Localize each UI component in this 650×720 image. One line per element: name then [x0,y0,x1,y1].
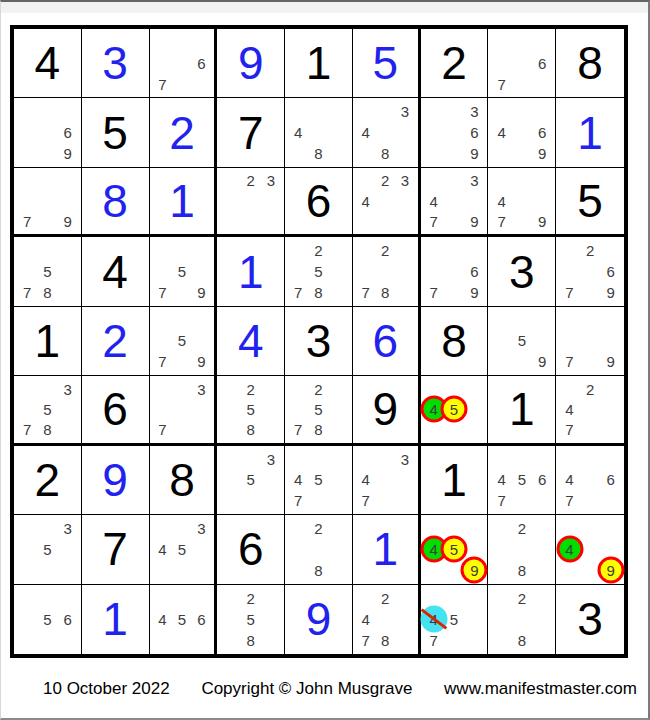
cell-r8c8[interactable]: 28 [488,515,556,584]
solved-digit-black: 5 [577,178,603,224]
candidate-slot-empty [172,630,192,651]
candidate-4: 4 [356,609,376,630]
candidate-slot-empty [512,449,532,470]
candidate-slot-empty [172,399,192,419]
cell-r7c1[interactable]: 2 [14,446,82,515]
candidate-slot-empty [491,101,511,122]
cell-r6c5[interactable]: 2578 [285,376,353,445]
candidate-grid: 258 [220,379,281,439]
cell-r3c7[interactable]: 3479 [421,168,489,237]
candidate-7: 7 [288,282,308,303]
solved-digit-black: 9 [372,386,398,432]
candidate-2: 2 [308,240,328,261]
cell-r5c2[interactable]: 2 [82,307,150,376]
candidate-slot-empty [17,101,37,122]
candidate-slot-empty [261,211,281,231]
cell-r4c3[interactable]: 579 [150,237,218,306]
cell-r5c3[interactable]: 579 [150,307,218,376]
candidate-slot-empty [491,143,511,164]
cell-r4c1[interactable]: 578 [14,237,82,306]
candidate-9: 9 [464,143,484,164]
candidate-9: 9 [58,211,78,231]
candidate-slot-empty [58,282,78,303]
cell-r9c5[interactable]: 9 [285,585,353,654]
cell-r9c7[interactable]: 457 [421,585,489,654]
candidate-grid: 457 [424,588,485,651]
cell-r4c2[interactable]: 4 [82,237,150,306]
candidate-slot-empty [356,449,376,470]
cell-r2c9[interactable]: 1 [556,98,624,167]
cell-r3c5[interactable]: 6 [285,168,353,237]
candidate-slot-empty [444,240,464,261]
cell-r2c6[interactable]: 348 [353,98,421,167]
candidate-6: 6 [464,122,484,143]
solved-digit-blue: 8 [102,178,128,224]
candidate-slot-empty [395,122,415,143]
cell-r9c8[interactable]: 28 [488,585,556,654]
candidate-slot-empty [580,420,601,440]
candidate-slot-empty [192,399,212,419]
candidate-slot-empty [58,191,78,211]
candidate-9: 9 [532,351,552,372]
candidate-4: 4 [491,122,511,143]
candidate-slot-empty [444,261,464,282]
candidate-grid: 679 [424,240,485,302]
candidate-slot-empty [559,240,580,261]
candidate-slot-empty [375,609,395,630]
candidate-4-mark-cyan-x: 4 [424,609,444,630]
candidate-7: 7 [491,490,511,511]
candidate-5-mark-yellow: 5 [444,539,464,560]
cell-r7c3[interactable]: 8 [150,446,218,515]
cell-r3c6[interactable]: 234 [353,168,421,237]
cell-r6c7[interactable]: 45 [421,376,489,445]
cell-r7c4[interactable]: 35 [217,446,285,515]
solved-digit-blue: 3 [102,40,128,86]
candidate-grid: 79 [559,310,621,372]
candidate-slot-empty [491,351,511,372]
candidate-slot-empty [375,211,395,231]
cell-r5c5[interactable]: 3 [285,307,353,376]
candidate-slot-empty [192,32,212,53]
candidate-slot-empty [512,143,532,164]
candidate-4: 4 [424,191,444,211]
candidate-7: 7 [559,490,580,511]
candidate-7: 7 [288,490,308,511]
candidate-slot-empty [220,588,240,609]
candidate-slot-empty [559,261,580,282]
candidate-grid: 234 [356,171,415,231]
cell-r5c7[interactable]: 8 [421,307,489,376]
cell-r5c1[interactable]: 1 [14,307,82,376]
candidate-grid: 456 [153,588,212,651]
candidate-7: 7 [356,490,376,511]
candidate-slot-empty [172,282,192,303]
cell-r2c7[interactable]: 369 [421,98,489,167]
candidate-4: 4 [491,191,511,211]
candidate-6: 6 [600,261,621,282]
candidate-slot-empty [600,420,621,440]
candidate-slot-empty [241,191,261,211]
candidate-slot-empty [58,261,78,282]
candidate-5: 5 [308,469,328,490]
cell-r7c5[interactable]: 457 [285,446,353,515]
candidate-8: 8 [512,560,532,581]
footer-date: 10 October 2022 [43,679,170,698]
cell-r9c9[interactable]: 3 [556,585,624,654]
cell-r1c7[interactable]: 2 [421,29,489,98]
solved-digit-blue: 2 [169,110,195,156]
cell-r1c1[interactable]: 4 [14,29,82,98]
cell-r8c7[interactable]: 459 [421,515,489,584]
candidate-slot-empty [261,379,281,399]
candidate-slot-empty [532,171,552,191]
candidate-slot-empty [491,539,511,560]
solved-digit-black: 2 [441,40,467,86]
cell-r7c9[interactable]: 467 [556,446,624,515]
candidate-slot-empty [375,469,395,490]
cell-r5c9[interactable]: 79 [556,307,624,376]
candidate-slot-empty [464,379,484,399]
cell-r4c4[interactable]: 1 [217,237,285,306]
solved-digit-black: 1 [35,318,61,364]
candidate-slot-empty [288,101,308,122]
candidate-grid: 278 [356,240,415,302]
cell-r1c2[interactable]: 3 [82,29,150,98]
candidate-6: 6 [600,469,621,490]
candidate-grid: 67 [153,32,212,94]
candidate-9-mark-yellow: 9 [464,560,484,581]
candidate-3: 3 [192,518,212,539]
candidate-slot-empty [261,399,281,419]
candidate-slot-empty [17,630,37,651]
candidate-slot-empty [600,379,621,399]
cell-r3c9[interactable]: 5 [556,168,624,237]
candidate-slot-empty [329,399,349,419]
candidate-grid: 37 [153,379,212,439]
cell-r2c1[interactable]: 69 [14,98,82,167]
cell-r4c7[interactable]: 679 [421,237,489,306]
candidate-slot-empty [559,379,580,399]
cell-r1c3[interactable]: 67 [150,29,218,98]
candidate-slot-empty [424,261,444,282]
candidate-2: 2 [512,518,532,539]
candidate-slot-empty [580,261,601,282]
candidate-2: 2 [308,379,328,399]
cell-r9c6[interactable]: 2478 [353,585,421,654]
candidate-8: 8 [375,282,395,303]
cell-r9c1[interactable]: 56 [14,585,82,654]
candidate-slot-empty [424,143,444,164]
candidate-8: 8 [308,420,328,440]
cell-r3c8[interactable]: 479 [488,168,556,237]
candidate-slot-empty [153,331,173,352]
candidate-slot-empty [261,469,281,490]
cell-r1c8[interactable]: 67 [488,29,556,98]
candidate-3: 3 [395,449,415,470]
candidate-grid: 479 [491,171,552,231]
candidate-slot-empty [491,53,511,74]
candidate-slot-empty [491,310,511,331]
cell-r3c2[interactable]: 8 [82,168,150,237]
cell-r8c4[interactable]: 6 [217,515,285,584]
candidate-grid: 247 [559,379,621,439]
candidate-4: 4 [559,469,580,490]
candidate-slot-empty [261,609,281,630]
cell-r1c6[interactable]: 5 [353,29,421,98]
candidate-slot-empty [192,310,212,331]
cell-r9c3[interactable]: 456 [150,585,218,654]
candidate-grid: 56 [17,588,78,651]
cell-r6c4[interactable]: 258 [217,376,285,445]
candidate-slot-empty [58,539,78,560]
footer-copyright: Copyright © John Musgrave [201,679,412,698]
candidate-slot-empty [220,171,240,191]
candidate-grid: 457 [288,449,349,511]
solved-digit-black: 3 [306,318,332,364]
candidate-9: 9 [532,143,552,164]
cell-r6c9[interactable]: 247 [556,376,624,445]
candidate-5-mark-yellow: 5 [444,399,464,419]
solved-digit-black: 1 [306,40,332,86]
candidate-slot-empty [375,490,395,511]
candidate-slot-empty [580,449,601,470]
candidate-5: 5 [172,609,192,630]
candidate-slot-empty [37,101,57,122]
candidate-slot-empty [444,211,464,231]
cell-r6c6[interactable]: 9 [353,376,421,445]
cell-r6c3[interactable]: 37 [150,376,218,445]
cell-r4c8[interactable]: 3 [488,237,556,306]
candidate-grid: 67 [491,32,552,94]
candidate-slot-empty [172,379,192,399]
candidate-slot-empty [600,331,621,352]
cell-r4c5[interactable]: 2578 [285,237,353,306]
candidate-grid: 3479 [424,171,485,231]
candidate-8: 8 [375,630,395,651]
solved-digit-blue: 1 [169,178,195,224]
cell-r4c6[interactable]: 278 [353,237,421,306]
solved-digit-black: 6 [102,386,128,432]
candidate-3: 3 [58,379,78,399]
candidate-slot-empty [356,101,376,122]
candidate-5: 5 [512,469,532,490]
candidate-slot-empty [512,211,532,231]
candidate-slot-empty [395,490,415,511]
candidate-9-mark-yellow: 9 [600,560,621,581]
cell-r1c5[interactable]: 1 [285,29,353,98]
candidate-grid: 28 [491,518,552,580]
top-border-strip [1,2,648,13]
candidate-slot-empty [153,518,173,539]
cell-r5c4[interactable]: 4 [217,307,285,376]
candidate-6: 6 [58,609,78,630]
candidate-slot-empty [37,171,57,191]
candidate-slot-empty [17,539,37,560]
solved-digit-black: 8 [169,457,195,503]
cell-r8c3[interactable]: 345 [150,515,218,584]
candidate-4: 4 [288,122,308,143]
candidate-slot-empty [464,609,484,630]
candidate-slot-empty [580,399,601,419]
cell-r2c4[interactable]: 7 [217,98,285,167]
candidate-grid: 4567 [491,449,552,511]
candidate-grid: 35 [17,518,78,580]
candidate-slot-empty [172,53,192,74]
candidate-2: 2 [512,588,532,609]
candidate-4: 4 [356,469,376,490]
candidate-grid: 49 [559,518,621,580]
cell-r2c8[interactable]: 469 [488,98,556,167]
solved-digit-blue: 1 [102,596,128,642]
cell-r6c1[interactable]: 3578 [14,376,82,445]
candidate-slot-empty [491,32,511,53]
candidate-slot-empty [512,539,532,560]
candidate-9: 9 [58,143,78,164]
candidate-slot-empty [329,261,349,282]
cell-r6c8[interactable]: 1 [488,376,556,445]
candidate-slot-empty [192,240,212,261]
solved-digit-black: 8 [441,318,467,364]
cell-r6c2[interactable]: 6 [82,376,150,445]
cell-r8c9[interactable]: 49 [556,515,624,584]
candidate-6: 6 [464,261,484,282]
candidate-slot-empty [444,122,464,143]
candidate-slot-empty [220,211,240,231]
candidate-slot-empty [192,539,212,560]
candidate-slot-empty [17,143,37,164]
candidate-9: 9 [464,282,484,303]
candidate-7: 7 [288,420,308,440]
candidate-slot-empty [153,240,173,261]
candidate-slot-empty [308,490,328,511]
candidate-7: 7 [153,74,173,95]
candidate-slot-empty [329,518,349,539]
candidate-slot-empty [329,240,349,261]
cell-r4c9[interactable]: 2679 [556,237,624,306]
candidate-slot-empty [532,32,552,53]
candidate-slot-empty [444,630,464,651]
solved-digit-blue: 2 [102,318,128,364]
candidate-slot-empty [532,630,552,651]
cell-r7c2[interactable]: 9 [82,446,150,515]
solved-digit-blue: 4 [238,318,264,364]
candidate-slot-empty [17,560,37,581]
cell-r2c3[interactable]: 2 [150,98,218,167]
candidate-slot-empty [512,609,532,630]
sudoku-board: 4367915267869527483483694691798123623434… [10,25,628,658]
candidate-slot-empty [395,240,415,261]
cell-r8c2[interactable]: 7 [82,515,150,584]
candidate-slot-empty [444,101,464,122]
cell-r2c2[interactable]: 5 [82,98,150,167]
cell-r3c4[interactable]: 23 [217,168,285,237]
candidate-slot-empty [600,518,621,539]
cell-r8c1[interactable]: 35 [14,515,82,584]
candidate-slot-empty [192,261,212,282]
cell-r7c8[interactable]: 4567 [488,446,556,515]
cell-r2c5[interactable]: 48 [285,98,353,167]
candidate-slot-empty [580,490,601,511]
candidate-slot-empty [512,191,532,211]
candidate-5: 5 [37,399,57,419]
cell-r3c1[interactable]: 79 [14,168,82,237]
candidate-slot-empty [329,490,349,511]
cell-r8c5[interactable]: 28 [285,515,353,584]
candidate-slot-empty [424,560,444,581]
solved-digit-black: 3 [577,596,603,642]
candidate-slot-empty [532,518,552,539]
candidate-slot-empty [356,240,376,261]
candidate-slot-empty [395,588,415,609]
cell-r3c3[interactable]: 1 [150,168,218,237]
cell-r9c2[interactable]: 1 [82,585,150,654]
cell-r1c4[interactable]: 9 [217,29,285,98]
candidate-slot-empty [172,420,192,440]
candidate-slot-empty [153,310,173,331]
candidate-slot-empty [375,191,395,211]
candidate-slot-empty [491,630,511,651]
cell-r7c7[interactable]: 1 [421,446,489,515]
candidate-slot-empty [356,211,376,231]
footer: 10 October 2022 Copyright © John Musgrav… [43,679,637,699]
candidate-slot-empty [356,588,376,609]
cell-r8c6[interactable]: 1 [353,515,421,584]
candidate-slot-empty [444,282,464,303]
candidate-slot-empty [192,74,212,95]
candidate-slot-empty [172,351,192,372]
candidate-slot-empty [261,490,281,511]
solved-digit-blue: 1 [238,249,264,295]
candidate-slot-empty [192,630,212,651]
candidate-slot-empty [37,518,57,539]
cell-r5c8[interactable]: 59 [488,307,556,376]
candidate-slot-empty [395,143,415,164]
candidate-5: 5 [241,609,261,630]
candidate-7: 7 [424,630,444,651]
candidate-grid: 45 [424,379,485,439]
candidate-slot-empty [308,122,328,143]
candidate-grid: 69 [17,101,78,163]
solved-digit-black: 1 [509,386,535,432]
candidate-slot-empty [464,588,484,609]
candidate-grid: 2679 [559,240,621,302]
candidate-3: 3 [395,171,415,191]
candidate-5: 5 [37,539,57,560]
cell-r1c9[interactable]: 8 [556,29,624,98]
candidate-grid: 578 [17,240,78,302]
cell-r5c6[interactable]: 6 [353,307,421,376]
candidate-grid: 2578 [288,240,349,302]
candidate-slot-empty [395,630,415,651]
candidate-slot-empty [512,310,532,331]
footer-website: www.manifestmaster.com [444,679,637,698]
candidate-3: 3 [58,518,78,539]
candidate-grid: 48 [288,101,349,163]
candidate-slot-empty [356,261,376,282]
candidate-3: 3 [464,101,484,122]
candidate-grid: 23 [220,171,281,231]
candidate-slot-empty [172,560,192,581]
candidate-grid: 59 [491,310,552,372]
candidate-4: 4 [491,469,511,490]
candidate-slot-empty [241,490,261,511]
candidate-slot-empty [532,490,552,511]
cell-r9c4[interactable]: 258 [217,585,285,654]
candidate-slot-empty [464,630,484,651]
cell-r7c6[interactable]: 347 [353,446,421,515]
candidate-slot-empty [58,588,78,609]
